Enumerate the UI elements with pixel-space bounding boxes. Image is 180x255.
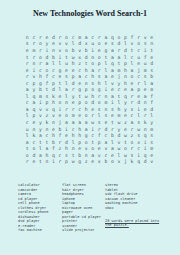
word-list-column-2: flat screenhair dryerheadphonesiphonelap… xyxy=(62,183,105,233)
word-list-item: fax machine xyxy=(18,228,62,233)
page-title: New Technologies Word Search-1 xyxy=(0,9,180,18)
grid-cell: v xyxy=(148,159,155,166)
word-search-grid: ncredrocmacraqopfrvesroyevvldxuoesdlvosn… xyxy=(24,35,155,166)
worksheet-page: New Technologies Word Search-1 ncredrocm… xyxy=(0,0,180,255)
word-list-item: slide projector xyxy=(62,228,105,233)
word-list-column-1: calculatorcamcordercameracd playercell p… xyxy=(18,183,62,233)
placement-note: 28 words were placed into the puzzle. xyxy=(105,219,163,228)
word-list-item: xbox xyxy=(105,206,160,211)
